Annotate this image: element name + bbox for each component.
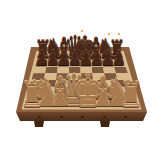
front-edge-ornament: [124, 116, 127, 118]
front-edge-ornament: [38, 116, 41, 118]
board-foot-2: [100, 121, 110, 127]
piece-black-pawn-h7[interactable]: ♟: [112, 48, 126, 68]
front-edge-ornament: [60, 116, 63, 118]
highlight-glint: [118, 33, 120, 35]
piece-white-rook-h1[interactable]: ♜: [119, 77, 144, 112]
highlight-glint: [108, 33, 110, 35]
highlight-glint: [81, 30, 83, 32]
chess-set-photo: ♜♞♝♛♚♝♞♜♟♟♟♟♟♟♟♟♟♟♟♟♟♟♟♟♜♞♝♛♚♝♞♜: [0, 0, 160, 160]
chess-board: ♜♞♝♛♚♝♞♜♟♟♟♟♟♟♟♟♟♟♟♟♟♟♟♟♜♞♝♛♚♝♞♜: [0, 0, 160, 160]
board-foot-1: [34, 121, 44, 127]
